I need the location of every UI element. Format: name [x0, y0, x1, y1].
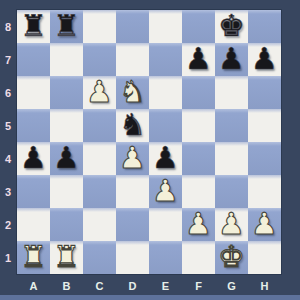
- chess-diagram: ♜♜♚♟♟♟♟♞♞♟♟♟♟♟♟♟♟♜♜♚ 87654321 ABCDEFGH: [0, 0, 300, 300]
- square-e6[interactable]: [149, 76, 182, 109]
- square-f7[interactable]: ♟: [182, 43, 215, 76]
- square-e3[interactable]: ♟: [149, 175, 182, 208]
- square-f1[interactable]: [182, 241, 215, 274]
- piece-black-rook-b8[interactable]: ♜: [53, 10, 80, 42]
- piece-black-pawn-b4[interactable]: ♟: [53, 142, 80, 174]
- square-c8[interactable]: [83, 10, 116, 43]
- square-b6[interactable]: [50, 76, 83, 109]
- file-label-g: G: [215, 276, 248, 295]
- square-f4[interactable]: [182, 142, 215, 175]
- piece-white-pawn-g2[interactable]: ♟: [218, 208, 245, 240]
- square-d5[interactable]: ♞: [116, 109, 149, 142]
- square-h2[interactable]: ♟: [248, 208, 281, 241]
- rank-label-7: 7: [0, 43, 16, 76]
- square-b1[interactable]: ♜: [50, 241, 83, 274]
- square-h8[interactable]: [248, 10, 281, 43]
- square-g6[interactable]: [215, 76, 248, 109]
- piece-black-knight-d5[interactable]: ♞: [119, 109, 146, 141]
- square-e8[interactable]: [149, 10, 182, 43]
- file-label-f: F: [182, 276, 215, 295]
- square-e7[interactable]: [149, 43, 182, 76]
- square-h3[interactable]: [248, 175, 281, 208]
- square-a7[interactable]: [17, 43, 50, 76]
- square-a4[interactable]: ♟: [17, 142, 50, 175]
- square-d6[interactable]: ♞: [116, 76, 149, 109]
- square-g7[interactable]: ♟: [215, 43, 248, 76]
- rank-label-4: 4: [0, 142, 16, 175]
- square-b7[interactable]: [50, 43, 83, 76]
- square-c2[interactable]: [83, 208, 116, 241]
- square-d7[interactable]: [116, 43, 149, 76]
- piece-white-pawn-f2[interactable]: ♟: [185, 208, 212, 240]
- file-label-b: B: [50, 276, 83, 295]
- bottom-strip: [0, 295, 300, 300]
- square-c6[interactable]: ♟: [83, 76, 116, 109]
- square-a5[interactable]: [17, 109, 50, 142]
- rank-label-8: 8: [0, 10, 16, 43]
- rank-label-3: 3: [0, 175, 16, 208]
- file-label-h: H: [248, 276, 281, 295]
- square-e5[interactable]: [149, 109, 182, 142]
- square-g2[interactable]: ♟: [215, 208, 248, 241]
- square-c1[interactable]: [83, 241, 116, 274]
- square-b2[interactable]: [50, 208, 83, 241]
- square-a3[interactable]: [17, 175, 50, 208]
- file-label-a: A: [17, 276, 50, 295]
- square-c4[interactable]: [83, 142, 116, 175]
- piece-black-pawn-g7[interactable]: ♟: [218, 43, 245, 75]
- square-a8[interactable]: ♜: [17, 10, 50, 43]
- square-d3[interactable]: [116, 175, 149, 208]
- square-d4[interactable]: ♟: [116, 142, 149, 175]
- square-f8[interactable]: [182, 10, 215, 43]
- piece-white-pawn-c6[interactable]: ♟: [86, 76, 113, 108]
- square-e4[interactable]: ♟: [149, 142, 182, 175]
- rank-label-5: 5: [0, 109, 16, 142]
- square-d8[interactable]: [116, 10, 149, 43]
- square-e2[interactable]: [149, 208, 182, 241]
- rank-label-1: 1: [0, 241, 16, 274]
- piece-black-pawn-a4[interactable]: ♟: [20, 142, 47, 174]
- square-g3[interactable]: [215, 175, 248, 208]
- file-label-c: C: [83, 276, 116, 295]
- square-g5[interactable]: [215, 109, 248, 142]
- square-f3[interactable]: [182, 175, 215, 208]
- square-d1[interactable]: [116, 241, 149, 274]
- square-d2[interactable]: [116, 208, 149, 241]
- piece-white-pawn-h2[interactable]: ♟: [251, 208, 278, 240]
- square-e1[interactable]: [149, 241, 182, 274]
- piece-white-knight-d6[interactable]: ♞: [119, 76, 146, 108]
- piece-white-rook-a1[interactable]: ♜: [20, 241, 47, 273]
- piece-black-pawn-h7[interactable]: ♟: [251, 43, 278, 75]
- square-a6[interactable]: [17, 76, 50, 109]
- square-g8[interactable]: ♚: [215, 10, 248, 43]
- square-c7[interactable]: [83, 43, 116, 76]
- square-f5[interactable]: [182, 109, 215, 142]
- square-b4[interactable]: ♟: [50, 142, 83, 175]
- square-h5[interactable]: [248, 109, 281, 142]
- piece-white-king-g1[interactable]: ♚: [218, 241, 245, 273]
- square-a2[interactable]: [17, 208, 50, 241]
- square-g4[interactable]: [215, 142, 248, 175]
- square-b3[interactable]: [50, 175, 83, 208]
- rank-label-2: 2: [0, 208, 16, 241]
- piece-black-pawn-f7[interactable]: ♟: [185, 43, 212, 75]
- square-h4[interactable]: [248, 142, 281, 175]
- chess-board: ♜♜♚♟♟♟♟♞♞♟♟♟♟♟♟♟♟♜♜♚: [17, 10, 281, 274]
- piece-white-pawn-d4[interactable]: ♟: [119, 142, 146, 174]
- square-f2[interactable]: ♟: [182, 208, 215, 241]
- file-label-d: D: [116, 276, 149, 295]
- piece-white-pawn-e3[interactable]: ♟: [152, 175, 179, 207]
- piece-white-rook-b1[interactable]: ♜: [53, 241, 80, 273]
- square-b5[interactable]: [50, 109, 83, 142]
- square-h7[interactable]: ♟: [248, 43, 281, 76]
- square-c5[interactable]: [83, 109, 116, 142]
- rank-label-6: 6: [0, 76, 16, 109]
- square-b8[interactable]: ♜: [50, 10, 83, 43]
- square-c3[interactable]: [83, 175, 116, 208]
- square-h6[interactable]: [248, 76, 281, 109]
- file-label-e: E: [149, 276, 182, 295]
- piece-black-pawn-e4[interactable]: ♟: [152, 142, 179, 174]
- piece-black-king-g8[interactable]: ♚: [218, 10, 245, 42]
- square-g1[interactable]: ♚: [215, 241, 248, 274]
- square-h1[interactable]: [248, 241, 281, 274]
- square-f6[interactable]: [182, 76, 215, 109]
- square-a1[interactable]: ♜: [17, 241, 50, 274]
- piece-black-rook-a8[interactable]: ♜: [20, 10, 47, 42]
